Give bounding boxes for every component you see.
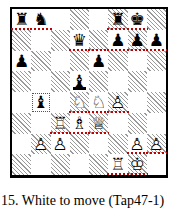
square-b7: [31, 30, 50, 51]
square-g5: [128, 71, 147, 92]
diagram-caption: 15. White to move (Tap47-1): [1, 193, 175, 209]
piece-black-knight-b8: [31, 9, 50, 30]
square-b5: [31, 71, 50, 92]
square-h5: [147, 71, 166, 92]
square-h4: [147, 92, 166, 113]
square-g7: [128, 30, 147, 51]
square-e3: [89, 113, 108, 134]
piece-white-pawn-c2: [51, 134, 70, 155]
square-g3: [128, 113, 147, 134]
square-e2: [89, 134, 108, 155]
square-f3: [108, 113, 127, 134]
square-c6: [51, 51, 70, 72]
piece-white-king-g1: [128, 154, 147, 175]
square-e6: [89, 51, 108, 72]
square-b6: [31, 51, 50, 72]
square-d2: [70, 134, 89, 155]
square-f6: [108, 51, 127, 72]
square-e7: [89, 30, 108, 51]
square-a6: [12, 51, 31, 72]
piece-white-queen-e3: [89, 113, 108, 134]
square-e4: [89, 92, 108, 113]
square-a8: [12, 9, 31, 30]
piece-white-pawn-g2: [128, 134, 147, 155]
square-a3: [12, 113, 31, 134]
square-c1: [51, 154, 70, 175]
piece-black-pawn-e6: [89, 51, 108, 72]
square-g8: [128, 9, 147, 30]
square-d4: [70, 92, 89, 113]
piece-white-rook-c3: [51, 113, 70, 134]
piece-black-king-g8: [128, 9, 147, 30]
piece-black-bishop-d5: [70, 71, 89, 92]
piece-white-knight-d4: [70, 92, 89, 113]
square-c3: [51, 113, 70, 134]
square-d5: [70, 71, 89, 92]
square-a4: [12, 92, 31, 113]
piece-black-queen-d7: [70, 30, 89, 51]
piece-black-pawn-g7: [128, 30, 147, 51]
square-a7: [12, 30, 31, 51]
piece-black-bishop-b4: [31, 92, 50, 113]
square-a1: [12, 154, 31, 175]
square-f5: [108, 71, 127, 92]
square-d7: [70, 30, 89, 51]
piece-black-rook-f8: [108, 9, 127, 30]
chess-board: [10, 7, 168, 178]
square-c4: [51, 92, 70, 113]
square-g1: [128, 154, 147, 175]
square-h8: [147, 9, 166, 30]
square-e1: [89, 154, 108, 175]
square-h7: [147, 30, 166, 51]
square-h6: [147, 51, 166, 72]
piece-black-pawn-a6: [12, 51, 31, 72]
square-c7: [51, 30, 70, 51]
piece-white-pawn-h2: [147, 134, 166, 155]
square-g6: [128, 51, 147, 72]
square-b2: [31, 134, 50, 155]
square-f4: [108, 92, 127, 113]
square-f1: [108, 154, 127, 175]
square-b8: [31, 9, 50, 30]
piece-black-rook-a8: [12, 9, 31, 30]
square-h2: [147, 134, 166, 155]
square-b1: [31, 154, 50, 175]
square-f8: [108, 9, 127, 30]
square-d6: [70, 51, 89, 72]
square-a5: [12, 71, 31, 92]
piece-white-pawn-b2: [31, 134, 50, 155]
square-d1: [70, 154, 89, 175]
square-f7: [108, 30, 127, 51]
piece-white-rook-f1: [108, 154, 127, 175]
piece-white-bishop-d3: [70, 113, 89, 134]
square-a2: [12, 134, 31, 155]
square-h3: [147, 113, 166, 134]
square-h1: [147, 154, 166, 175]
piece-black-pawn-f7: [108, 30, 127, 51]
square-e5: [89, 71, 108, 92]
square-b4: [31, 92, 50, 113]
square-c8: [51, 9, 70, 30]
square-g4: [128, 92, 147, 113]
square-g2: [128, 134, 147, 155]
square-e8: [89, 9, 108, 30]
square-d3: [70, 113, 89, 134]
square-d8: [70, 9, 89, 30]
square-c2: [51, 134, 70, 155]
piece-black-pawn-h7: [147, 30, 166, 51]
square-c5: [51, 71, 70, 92]
piece-white-knight-e4: [89, 92, 108, 113]
square-b3: [31, 113, 50, 134]
piece-white-pawn-f4: [108, 92, 127, 113]
square-f2: [108, 134, 127, 155]
